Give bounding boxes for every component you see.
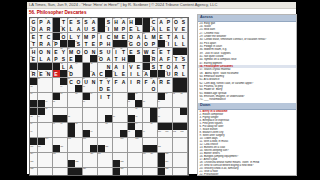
grid-cell[interactable]: 43L — [60, 63, 67, 70]
grid-cell[interactable]: 40R — [150, 55, 157, 62]
grid-cell[interactable] — [90, 168, 97, 175]
grid-cell[interactable]: T — [105, 93, 112, 100]
grid-cell[interactable] — [98, 138, 105, 145]
grid-cell[interactable]: 26L — [143, 33, 150, 40]
grid-cell[interactable]: 39O — [98, 55, 105, 62]
grid-cell[interactable] — [105, 138, 112, 145]
grid-cell[interactable] — [68, 100, 75, 107]
grid-cell[interactable] — [68, 145, 75, 152]
grid-cell[interactable] — [38, 153, 45, 160]
grid-cell[interactable] — [83, 153, 90, 160]
grid-cell[interactable] — [45, 78, 52, 85]
grid-cell[interactable]: 94 — [135, 123, 142, 130]
grid-cell[interactable]: E — [68, 55, 75, 62]
grid-cell[interactable] — [113, 100, 120, 107]
grid-cell[interactable] — [173, 115, 180, 122]
grid-cell[interactable]: R — [173, 70, 180, 77]
grid-cell[interactable] — [68, 153, 75, 160]
clue-item[interactable]: 22. Preschooler — [198, 173, 296, 175]
grid-cell[interactable]: 33Y — [60, 48, 67, 55]
grid-cell[interactable]: C — [98, 70, 105, 77]
grid-cell[interactable]: 116 — [90, 153, 97, 160]
grid-cell[interactable] — [45, 130, 52, 137]
grid-cell[interactable]: 127 — [120, 168, 127, 175]
grid-cell[interactable] — [60, 168, 67, 175]
grid-cell[interactable] — [105, 100, 112, 107]
grid-cell[interactable]: 66 — [30, 93, 37, 100]
down-clue-list[interactable]: 1. Berry in a smoothie2. Exxon competito… — [198, 110, 296, 176]
grid-cell[interactable] — [143, 115, 150, 122]
grid-cell[interactable] — [128, 168, 135, 175]
grid-cell[interactable] — [158, 138, 165, 145]
grid-cell[interactable]: 99 — [143, 130, 150, 137]
grid-cell[interactable] — [143, 138, 150, 145]
grid-cell[interactable] — [75, 130, 82, 137]
grid-cell[interactable]: 17S — [180, 18, 187, 25]
grid-cell[interactable] — [165, 85, 172, 92]
grid-cell[interactable]: F — [165, 55, 172, 62]
grid-cell[interactable] — [75, 70, 82, 77]
grid-cell[interactable]: S — [90, 25, 97, 32]
grid-cell[interactable] — [105, 153, 112, 160]
grid-cell[interactable]: 14A — [158, 18, 165, 25]
grid-cell[interactable] — [143, 93, 150, 100]
grid-cell[interactable]: L — [38, 55, 45, 62]
grid-cell[interactable]: 8A — [90, 18, 97, 25]
grid-cell[interactable] — [143, 160, 150, 167]
grid-cell[interactable]: E — [120, 33, 127, 40]
grid-cell[interactable] — [98, 108, 105, 115]
grid-cell[interactable]: 73 — [180, 93, 187, 100]
grid-cell[interactable]: 13C — [150, 18, 157, 25]
grid-cell[interactable]: I — [128, 70, 135, 77]
grid-cell[interactable] — [98, 168, 105, 175]
grid-cell[interactable]: 4T — [60, 18, 67, 25]
grid-cell[interactable]: 86 — [113, 115, 120, 122]
grid-cell[interactable]: 38E — [30, 55, 37, 62]
grid-cell[interactable] — [128, 85, 135, 92]
grid-cell[interactable] — [180, 160, 187, 167]
grid-cell[interactable] — [60, 160, 67, 167]
grid-cell[interactable]: 2P — [38, 18, 45, 25]
grid-cell[interactable]: F — [113, 78, 120, 85]
grid-cell[interactable]: 77 — [128, 100, 135, 107]
grid-cell[interactable]: 36T — [120, 48, 127, 55]
grid-cell[interactable]: E — [128, 25, 135, 32]
clue-item[interactable]: 71. ___ Resemblance — [198, 98, 296, 101]
grid-cell[interactable]: A — [45, 40, 52, 47]
grid-cell[interactable]: 114 — [30, 153, 37, 160]
grid-cell[interactable]: 45 — [90, 63, 97, 70]
grid-cell[interactable] — [113, 130, 120, 137]
grid-cell[interactable] — [105, 130, 112, 137]
grid-cell[interactable]: 54L — [113, 70, 120, 77]
grid-cell[interactable]: 62R — [158, 78, 165, 85]
grid-cell[interactable] — [75, 138, 82, 145]
grid-cell[interactable]: H — [120, 55, 127, 62]
grid-cell[interactable]: 101 — [165, 130, 172, 137]
grid-cell[interactable]: 15P — [165, 18, 172, 25]
grid-cell[interactable] — [90, 85, 97, 92]
grid-cell[interactable]: 28P — [53, 40, 60, 47]
grid-cell[interactable]: M — [83, 33, 90, 40]
grid-cell[interactable]: E — [165, 78, 172, 85]
grid-cell[interactable]: S — [135, 48, 142, 55]
grid-cell[interactable]: P — [120, 25, 127, 32]
grid-cell[interactable]: 93 — [105, 123, 112, 130]
grid-cell[interactable]: U — [105, 48, 112, 55]
grid-cell[interactable]: 70 — [135, 93, 142, 100]
grid-cell[interactable]: M — [150, 33, 157, 40]
grid-cell[interactable]: 91 — [60, 123, 67, 130]
grid-cell[interactable] — [45, 160, 52, 167]
grid-cell[interactable] — [38, 123, 45, 130]
grid-cell[interactable] — [143, 123, 150, 130]
grid-cell[interactable]: A — [158, 55, 165, 62]
grid-cell[interactable]: O — [143, 40, 150, 47]
grid-cell[interactable] — [113, 145, 120, 152]
grid-cell[interactable]: P — [98, 40, 105, 47]
grid-cell[interactable]: R — [45, 25, 52, 32]
grid-cell[interactable] — [53, 85, 60, 92]
grid-cell[interactable]: 53A — [90, 70, 97, 77]
grid-cell[interactable] — [113, 85, 120, 92]
grid-cell[interactable]: O — [150, 85, 157, 92]
grid-cell[interactable]: T — [180, 63, 187, 70]
grid-cell[interactable]: 113 — [158, 145, 165, 152]
grid-cell[interactable] — [165, 108, 172, 115]
grid-cell[interactable]: 106 — [83, 138, 90, 145]
grid-cell[interactable] — [150, 130, 157, 137]
grid-cell[interactable] — [143, 85, 150, 92]
grid-cell[interactable]: 108 — [135, 138, 142, 145]
grid-cell[interactable]: 95 — [150, 123, 157, 130]
grid-cell[interactable]: 84 — [38, 115, 45, 122]
grid-cell[interactable]: 123 — [120, 160, 127, 167]
grid-cell[interactable] — [105, 168, 112, 175]
grid-cell[interactable]: 3A — [45, 18, 52, 25]
grid-cell[interactable]: M — [113, 25, 120, 32]
grid-cell[interactable] — [165, 138, 172, 145]
grid-cell[interactable]: 117 — [98, 153, 105, 160]
grid-cell[interactable] — [83, 160, 90, 167]
grid-cell[interactable]: 20I — [105, 25, 112, 32]
grid-cell[interactable]: L — [180, 33, 187, 40]
grid-cell[interactable] — [120, 85, 127, 92]
grid-cell[interactable] — [180, 145, 187, 152]
grid-cell[interactable]: 46V — [128, 63, 135, 70]
grid-cell[interactable]: S — [60, 55, 67, 62]
grid-cell[interactable]: 92 — [75, 123, 82, 130]
grid-cell[interactable] — [180, 168, 187, 175]
grid-cell[interactable]: T — [165, 48, 172, 55]
grid-cell[interactable] — [113, 153, 120, 160]
grid-cell[interactable]: 35I — [113, 48, 120, 55]
grid-cell[interactable] — [45, 85, 52, 92]
grid-cell[interactable] — [150, 160, 157, 167]
grid-cell[interactable]: N — [90, 48, 97, 55]
grid-cell[interactable] — [98, 160, 105, 167]
grid-cell[interactable]: N — [45, 48, 52, 55]
grid-cell[interactable]: 52D — [68, 70, 75, 77]
grid-cell[interactable]: 126 — [83, 168, 90, 175]
grid-cell[interactable]: A — [173, 63, 180, 70]
grid-cell[interactable] — [90, 108, 97, 115]
grid-cell[interactable]: 23E — [30, 33, 37, 40]
grid-cell[interactable] — [135, 145, 142, 152]
grid-cell[interactable]: L — [68, 33, 75, 40]
grid-cell[interactable]: U — [83, 25, 90, 32]
grid-cell[interactable]: 79 — [158, 100, 165, 107]
grid-cell[interactable]: A — [120, 78, 127, 85]
grid-cell[interactable] — [83, 55, 90, 62]
grid-cell[interactable]: 119 — [150, 153, 157, 160]
grid-cell[interactable]: T — [38, 33, 45, 40]
grid-cell[interactable]: 82 — [158, 108, 165, 115]
grid-cell[interactable]: 83 — [30, 115, 37, 122]
grid-cell[interactable]: T — [113, 55, 120, 62]
grid-cell[interactable] — [98, 63, 105, 70]
grid-cell[interactable]: 105 — [68, 138, 75, 145]
grid-cell[interactable] — [113, 123, 120, 130]
grid-cell[interactable]: E — [135, 63, 142, 70]
grid-cell[interactable]: E — [128, 48, 135, 55]
grid-cell[interactable]: A — [173, 33, 180, 40]
grid-cell[interactable]: 30G — [128, 40, 135, 47]
grid-cell[interactable]: O — [135, 40, 142, 47]
grid-cell[interactable]: 120 — [165, 153, 172, 160]
grid-cell[interactable] — [120, 123, 127, 130]
grid-cell[interactable]: N — [90, 78, 97, 85]
grid-cell[interactable] — [135, 160, 142, 167]
grid-cell[interactable] — [53, 130, 60, 137]
grid-cell[interactable] — [90, 123, 97, 130]
grid-cell[interactable]: 64 — [60, 85, 67, 92]
grid-cell[interactable] — [83, 108, 90, 115]
grid-cell[interactable]: 124 — [165, 160, 172, 167]
grid-cell[interactable] — [113, 138, 120, 145]
grid-cell[interactable] — [53, 168, 60, 175]
grid-cell[interactable]: C — [105, 33, 112, 40]
grid-cell[interactable] — [68, 85, 75, 92]
grid-cell[interactable] — [143, 108, 150, 115]
grid-cell[interactable] — [158, 85, 165, 92]
grid-cell[interactable]: 19K — [60, 25, 67, 32]
grid-cell[interactable]: 96 — [30, 130, 37, 137]
grid-cell[interactable]: 65 — [83, 85, 90, 92]
grid-cell[interactable] — [120, 145, 127, 152]
grid-cell[interactable]: 61A — [150, 78, 157, 85]
grid-cell[interactable]: 24O — [60, 33, 67, 40]
grid-cell[interactable] — [53, 108, 60, 115]
grid-cell[interactable] — [60, 100, 67, 107]
grid-cell[interactable]: R — [135, 78, 142, 85]
grid-cell[interactable] — [150, 138, 157, 145]
grid-cell[interactable]: 42S — [180, 55, 187, 62]
grid-cell[interactable]: L — [158, 25, 165, 32]
grid-cell[interactable] — [173, 138, 180, 145]
grid-cell[interactable] — [120, 108, 127, 115]
grid-cell[interactable]: 11A — [120, 18, 127, 25]
grid-cell[interactable]: 76 — [83, 100, 90, 107]
grid-cell[interactable]: 32H — [30, 48, 37, 55]
grid-cell[interactable]: L — [68, 25, 75, 32]
grid-cell[interactable]: 29S — [75, 40, 82, 47]
grid-cell[interactable]: O — [83, 48, 90, 55]
grid-cell[interactable] — [143, 168, 150, 175]
grid-cell[interactable] — [38, 160, 45, 167]
grid-cell[interactable] — [90, 138, 97, 145]
grid-cell[interactable] — [53, 138, 60, 145]
grid-cell[interactable]: 111 — [60, 145, 67, 152]
grid-cell[interactable] — [150, 168, 157, 175]
grid-cell[interactable] — [128, 108, 135, 115]
grid-cell[interactable]: 16O — [173, 18, 180, 25]
grid-cell[interactable]: L — [180, 70, 187, 77]
grid-cell[interactable]: E — [165, 25, 172, 32]
grid-cell[interactable]: W — [143, 48, 150, 55]
grid-cell[interactable]: D — [128, 33, 135, 40]
grid-cell[interactable] — [173, 160, 180, 167]
grid-cell[interactable]: 59U — [83, 78, 90, 85]
grid-cell[interactable]: 68 — [75, 93, 82, 100]
grid-cell[interactable]: 112 — [105, 145, 112, 152]
grid-cell[interactable]: 81 — [135, 108, 142, 115]
grid-cell[interactable] — [173, 153, 180, 160]
grid-cell[interactable] — [38, 130, 45, 137]
grid-cell[interactable]: 7S — [83, 18, 90, 25]
grid-cell[interactable]: 78 — [143, 100, 150, 107]
grid-cell[interactable]: 88 — [158, 115, 165, 122]
grid-cell[interactable]: 34M — [68, 48, 75, 55]
grid-cell[interactable] — [180, 100, 187, 107]
grid-cell[interactable] — [105, 160, 112, 167]
grid-cell[interactable]: E — [120, 70, 127, 77]
grid-cell[interactable]: 104 — [45, 138, 52, 145]
grid-cell[interactable]: P — [53, 55, 60, 62]
grid-cell[interactable]: 89 — [30, 123, 37, 130]
grid-cell[interactable]: 18O — [30, 25, 37, 32]
grid-cell[interactable]: A — [68, 63, 75, 70]
grid-cell[interactable] — [173, 168, 180, 175]
grid-cell[interactable]: 102 — [173, 130, 180, 137]
grid-cell[interactable] — [38, 93, 45, 100]
grid-cell[interactable]: 85 — [68, 115, 75, 122]
grid-cell[interactable] — [45, 123, 52, 130]
grid-cell[interactable]: A — [113, 63, 120, 70]
grid-cell[interactable] — [45, 145, 52, 152]
grid-cell[interactable] — [83, 145, 90, 152]
grid-cell[interactable] — [113, 93, 120, 100]
grid-cell[interactable] — [75, 100, 82, 107]
grid-cell[interactable] — [128, 153, 135, 160]
grid-cell[interactable] — [75, 153, 82, 160]
grid-cell[interactable] — [60, 138, 67, 145]
grid-cell[interactable]: 103 — [180, 130, 187, 137]
grid-cell[interactable]: 25I — [98, 33, 105, 40]
grid-cell[interactable]: 72 — [173, 93, 180, 100]
grid-cell[interactable]: 37E — [158, 48, 165, 55]
grid-cell[interactable]: 48R — [30, 70, 37, 77]
grid-cell[interactable]: 60Y — [105, 78, 112, 85]
grid-cell[interactable] — [173, 100, 180, 107]
grid-cell[interactable] — [180, 138, 187, 145]
grid-cell[interactable]: L — [135, 70, 142, 77]
grid-cell[interactable] — [68, 93, 75, 100]
grid-cell[interactable]: 75 — [53, 100, 60, 107]
grid-cell[interactable] — [98, 115, 105, 122]
grid-cell[interactable] — [135, 85, 142, 92]
grid-cell[interactable]: 22A — [150, 25, 157, 32]
grid-cell[interactable]: 21L — [135, 25, 142, 32]
grid-cell[interactable]: 87 — [135, 115, 142, 122]
grid-cell[interactable]: A — [135, 33, 142, 40]
grid-cell[interactable] — [120, 153, 127, 160]
grid-cell[interactable]: S — [98, 48, 105, 55]
grid-cell[interactable]: 1G — [30, 18, 37, 25]
grid-cell[interactable] — [45, 153, 52, 160]
grid-cell[interactable] — [180, 153, 187, 160]
grid-cell[interactable]: 12H — [128, 18, 135, 25]
grid-cell[interactable]: 80 — [45, 108, 52, 115]
grid-cell[interactable]: I — [98, 93, 105, 100]
grid-cell[interactable] — [75, 108, 82, 115]
grid-cell[interactable]: 50N — [45, 70, 52, 77]
grid-cell[interactable]: 56U — [165, 70, 172, 77]
grid-cell[interactable]: 55A — [143, 70, 150, 77]
grid-cell[interactable] — [128, 138, 135, 145]
grid-cell[interactable]: H — [105, 40, 112, 47]
grid-cell[interactable]: 107 — [120, 138, 127, 145]
grid-cell[interactable] — [165, 100, 172, 107]
grid-cell[interactable] — [90, 115, 97, 122]
grid-cell[interactable] — [150, 100, 157, 107]
grid-cell[interactable] — [45, 168, 52, 175]
grid-cell[interactable]: E — [105, 85, 112, 92]
grid-cell[interactable]: 121 — [30, 160, 37, 167]
grid-cell[interactable]: I — [128, 78, 135, 85]
grid-cell[interactable] — [45, 115, 52, 122]
grid-cell[interactable] — [120, 93, 127, 100]
grid-cell[interactable]: Y — [75, 33, 82, 40]
grid-cell[interactable] — [165, 115, 172, 122]
grid-cell[interactable]: E — [90, 40, 97, 47]
grid-cell[interactable] — [173, 108, 180, 115]
grid-cell[interactable] — [53, 78, 60, 85]
grid-cell[interactable]: A — [45, 55, 52, 62]
grid-cell[interactable]: T — [98, 78, 105, 85]
grid-cell[interactable]: 115 — [53, 153, 60, 160]
grid-cell[interactable] — [165, 145, 172, 152]
grid-cell[interactable]: 57 — [38, 78, 45, 85]
across-clue-list[interactable]: 23. Easy gait24. Scoot25. Mild oath27. C… — [198, 22, 296, 104]
grid-cell[interactable]: E — [150, 48, 157, 55]
grid-cell[interactable]: 63 — [30, 85, 37, 92]
grid-cell[interactable]: 122 — [75, 160, 82, 167]
grid-cell[interactable] — [113, 108, 120, 115]
grid-cell[interactable]: T — [165, 33, 172, 40]
grid-cell[interactable]: 10H — [113, 18, 120, 25]
grid-cell[interactable] — [128, 145, 135, 152]
grid-cell[interactable]: 49E — [38, 70, 45, 77]
grid-cell[interactable]: P — [150, 40, 157, 47]
grid-cell[interactable]: 6S — [75, 18, 82, 25]
grid-cell[interactable] — [150, 93, 157, 100]
grid-cell[interactable]: 100 — [158, 130, 165, 137]
grid-cell[interactable] — [60, 130, 67, 137]
grid-cell[interactable] — [90, 100, 97, 107]
grid-cell[interactable] — [45, 93, 52, 100]
